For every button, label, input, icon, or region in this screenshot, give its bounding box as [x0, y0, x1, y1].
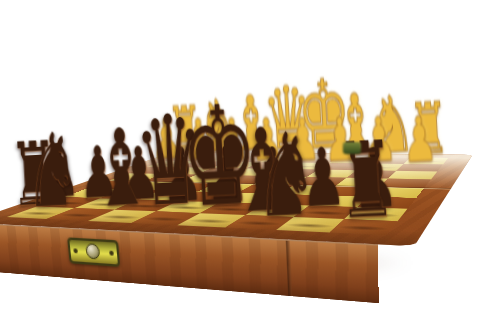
- piece-light-queen: ♛: [261, 76, 288, 163]
- piece-shadow: [251, 165, 288, 168]
- piece-light-rook: ♜: [408, 93, 436, 164]
- piece-shadow: [55, 213, 103, 219]
- piece-light-bishop: ♝: [229, 87, 255, 162]
- piece-light-king: ♚: [295, 68, 323, 164]
- piece-light-knight: ♞: [197, 89, 222, 162]
- piece-shadow: [251, 208, 301, 214]
- piece-shadow: [282, 222, 337, 229]
- piece-shadow: [44, 201, 88, 206]
- square-h3: [388, 171, 437, 180]
- piece-light-rook: ♜: [166, 98, 191, 161]
- piece-shadow: [369, 160, 407, 163]
- piece-shadow: [299, 210, 351, 216]
- square-h6: [357, 197, 416, 209]
- piece-shadow: [264, 159, 300, 161]
- square-h1: ♜: [404, 158, 449, 165]
- square-h5: [369, 187, 424, 198]
- piece-shadow: [232, 220, 286, 226]
- scene: ♜♞♝♛♚♝♞♜♟♟♟♟♟♟♟♟♟♟♟♟♟♟♟♟♜♞♝♛♚♝♞♜: [0, 0, 500, 333]
- piece-shadow: [206, 207, 255, 212]
- piece-dark-pawn: ♟: [77, 137, 110, 209]
- piece-shadow: [333, 159, 370, 161]
- piece-shadow: [139, 216, 190, 222]
- piece-dark-pawn: ♟: [38, 137, 70, 208]
- piece-shadow: [298, 159, 335, 161]
- brass-latch: [67, 237, 120, 267]
- square-h8: ♜: [330, 219, 398, 235]
- piece-shadow: [163, 205, 211, 210]
- latch-knob-icon: [85, 243, 100, 259]
- piece-shadow: [286, 165, 324, 168]
- chess-board-box: ♜♞♝♛♚♝♞♜♟♟♟♟♟♟♟♟♟♟♟♟♟♟♟♟♜♞♝♛♚♝♞♜: [0, 152, 473, 246]
- piece-shadow: [322, 166, 361, 169]
- wood-grain: [0, 224, 416, 307]
- piece-shadow: [399, 167, 440, 170]
- piece-shadow: [335, 225, 392, 232]
- piece-shadow: [184, 218, 236, 224]
- piece-shadow: [360, 166, 400, 169]
- piece-light-knight: ♞: [369, 85, 397, 164]
- piece-shadow: [406, 160, 445, 163]
- board-squares: ♜♞♝♛♚♝♞♜♟♟♟♟♟♟♟♟♟♟♟♟♟♟♟♟♜♞♝♛♚♝♞♜: [7, 155, 448, 235]
- board-front-face: [0, 223, 416, 307]
- product-photo-stage: ♜♞♝♛♚♝♞♜♟♟♟♟♟♟♟♟♟♟♟♟♟♟♟♟♜♞♝♛♚♝♞♜: [0, 0, 500, 333]
- square-c5: [160, 182, 216, 191]
- square-a8: ♜: [7, 206, 75, 219]
- brass-hinge: [343, 142, 361, 154]
- piece-shadow: [349, 212, 402, 218]
